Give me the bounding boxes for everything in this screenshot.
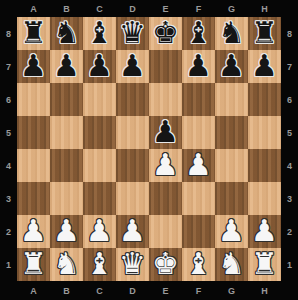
rank-label-6: 6 <box>281 83 298 116</box>
square-h4[interactable] <box>248 149 281 182</box>
white-pawn: ♟ <box>53 216 80 246</box>
square-h7[interactable]: ♟ <box>248 50 281 83</box>
black-pawn: ♟ <box>119 51 146 81</box>
rank-label-6: 6 <box>0 83 17 116</box>
rank-label-8: 8 <box>281 17 298 50</box>
square-c6[interactable] <box>83 83 116 116</box>
square-d7[interactable]: ♟ <box>116 50 149 83</box>
square-d5[interactable] <box>116 116 149 149</box>
square-f3[interactable] <box>182 182 215 215</box>
square-f2[interactable] <box>182 215 215 248</box>
file-label-e: E <box>149 281 182 300</box>
white-knight: ♞ <box>218 249 245 279</box>
rank-label-3: 3 <box>281 182 298 215</box>
black-bishop: ♝ <box>185 18 212 48</box>
square-h2[interactable]: ♟ <box>248 215 281 248</box>
square-g5[interactable] <box>215 116 248 149</box>
file-label-b: B <box>50 0 83 17</box>
square-g6[interactable] <box>215 83 248 116</box>
black-pawn: ♟ <box>152 117 179 147</box>
square-e6[interactable] <box>149 83 182 116</box>
white-bishop: ♝ <box>185 249 212 279</box>
white-pawn: ♟ <box>152 150 179 180</box>
black-bishop: ♝ <box>86 18 113 48</box>
black-pawn: ♟ <box>185 51 212 81</box>
black-knight: ♞ <box>218 18 245 48</box>
black-pawn: ♟ <box>251 51 278 81</box>
black-pawn: ♟ <box>20 51 47 81</box>
square-e8[interactable]: ♚ <box>149 17 182 50</box>
square-c5[interactable] <box>83 116 116 149</box>
white-queen: ♛ <box>119 249 146 279</box>
square-b4[interactable] <box>50 149 83 182</box>
chess-board-frame: ABCDEFGH ABCDEFGH 87654321 87654321 ♜♞♝♛… <box>0 0 298 300</box>
square-a7[interactable]: ♟ <box>17 50 50 83</box>
black-king: ♚ <box>152 18 179 48</box>
square-d4[interactable] <box>116 149 149 182</box>
square-b3[interactable] <box>50 182 83 215</box>
square-a1[interactable]: ♜ <box>17 248 50 281</box>
file-label-f: F <box>182 0 215 17</box>
square-c8[interactable]: ♝ <box>83 17 116 50</box>
white-pawn: ♟ <box>185 150 212 180</box>
square-e3[interactable] <box>149 182 182 215</box>
rank-label-8: 8 <box>0 17 17 50</box>
square-b6[interactable] <box>50 83 83 116</box>
file-label-f: F <box>182 281 215 300</box>
file-labels-bottom: ABCDEFGH <box>17 281 281 300</box>
rank-label-2: 2 <box>0 215 17 248</box>
square-f6[interactable] <box>182 83 215 116</box>
rank-label-4: 4 <box>0 149 17 182</box>
black-pawn: ♟ <box>53 51 80 81</box>
chess-board: ♜♞♝♛♚♝♞♜♟♟♟♟♟♟♟♟♟♟♟♟♟♟♟♟♜♞♝♛♚♝♞♜ <box>17 17 281 281</box>
black-knight: ♞ <box>53 18 80 48</box>
square-g2[interactable]: ♟ <box>215 215 248 248</box>
white-pawn: ♟ <box>20 216 47 246</box>
file-label-b: B <box>50 281 83 300</box>
white-pawn: ♟ <box>251 216 278 246</box>
square-a2[interactable]: ♟ <box>17 215 50 248</box>
square-e2[interactable] <box>149 215 182 248</box>
rank-label-2: 2 <box>281 215 298 248</box>
square-b2[interactable]: ♟ <box>50 215 83 248</box>
white-rook: ♜ <box>20 249 47 279</box>
square-d2[interactable]: ♟ <box>116 215 149 248</box>
white-knight: ♞ <box>53 249 80 279</box>
rank-label-7: 7 <box>0 50 17 83</box>
rank-label-1: 1 <box>281 248 298 281</box>
square-e7[interactable] <box>149 50 182 83</box>
file-label-h: H <box>248 0 281 17</box>
square-c3[interactable] <box>83 182 116 215</box>
square-c4[interactable] <box>83 149 116 182</box>
square-b5[interactable] <box>50 116 83 149</box>
square-c7[interactable]: ♟ <box>83 50 116 83</box>
file-label-c: C <box>83 0 116 17</box>
square-b1[interactable]: ♞ <box>50 248 83 281</box>
file-label-h: H <box>248 281 281 300</box>
square-h6[interactable] <box>248 83 281 116</box>
square-a8[interactable]: ♜ <box>17 17 50 50</box>
white-rook: ♜ <box>251 249 278 279</box>
square-a3[interactable] <box>17 182 50 215</box>
square-g7[interactable]: ♟ <box>215 50 248 83</box>
square-e5[interactable]: ♟ <box>149 116 182 149</box>
file-label-e: E <box>149 0 182 17</box>
square-e1[interactable]: ♚ <box>149 248 182 281</box>
rank-labels-left: 87654321 <box>0 17 17 281</box>
rank-label-3: 3 <box>0 182 17 215</box>
square-c2[interactable]: ♟ <box>83 215 116 248</box>
file-label-g: G <box>215 281 248 300</box>
square-g3[interactable] <box>215 182 248 215</box>
square-d1[interactable]: ♛ <box>116 248 149 281</box>
black-pawn: ♟ <box>86 51 113 81</box>
square-d3[interactable] <box>116 182 149 215</box>
file-label-a: A <box>17 281 50 300</box>
square-f4[interactable]: ♟ <box>182 149 215 182</box>
square-g4[interactable] <box>215 149 248 182</box>
square-f7[interactable]: ♟ <box>182 50 215 83</box>
square-d6[interactable] <box>116 83 149 116</box>
rank-label-5: 5 <box>0 116 17 149</box>
square-f8[interactable]: ♝ <box>182 17 215 50</box>
square-d8[interactable]: ♛ <box>116 17 149 50</box>
rank-labels-right: 87654321 <box>281 17 298 281</box>
white-bishop: ♝ <box>86 249 113 279</box>
square-b7[interactable]: ♟ <box>50 50 83 83</box>
square-b8[interactable]: ♞ <box>50 17 83 50</box>
file-label-d: D <box>116 281 149 300</box>
black-rook: ♜ <box>20 18 47 48</box>
square-h5[interactable] <box>248 116 281 149</box>
square-a5[interactable] <box>17 116 50 149</box>
square-f1[interactable]: ♝ <box>182 248 215 281</box>
square-h8[interactable]: ♜ <box>248 17 281 50</box>
rank-label-4: 4 <box>281 149 298 182</box>
square-g1[interactable]: ♞ <box>215 248 248 281</box>
square-h1[interactable]: ♜ <box>248 248 281 281</box>
file-label-a: A <box>17 0 50 17</box>
rank-label-5: 5 <box>281 116 298 149</box>
square-a6[interactable] <box>17 83 50 116</box>
white-king: ♚ <box>152 249 179 279</box>
file-label-c: C <box>83 281 116 300</box>
square-h3[interactable] <box>248 182 281 215</box>
file-labels-top: ABCDEFGH <box>17 0 281 17</box>
white-pawn: ♟ <box>218 216 245 246</box>
square-a4[interactable] <box>17 149 50 182</box>
black-queen: ♛ <box>119 18 146 48</box>
square-e4[interactable]: ♟ <box>149 149 182 182</box>
rank-label-1: 1 <box>0 248 17 281</box>
file-label-g: G <box>215 0 248 17</box>
black-pawn: ♟ <box>218 51 245 81</box>
file-label-d: D <box>116 0 149 17</box>
black-rook: ♜ <box>251 18 278 48</box>
square-c1[interactable]: ♝ <box>83 248 116 281</box>
white-pawn: ♟ <box>86 216 113 246</box>
white-pawn: ♟ <box>119 216 146 246</box>
rank-label-7: 7 <box>281 50 298 83</box>
square-g8[interactable]: ♞ <box>215 17 248 50</box>
square-f5[interactable] <box>182 116 215 149</box>
